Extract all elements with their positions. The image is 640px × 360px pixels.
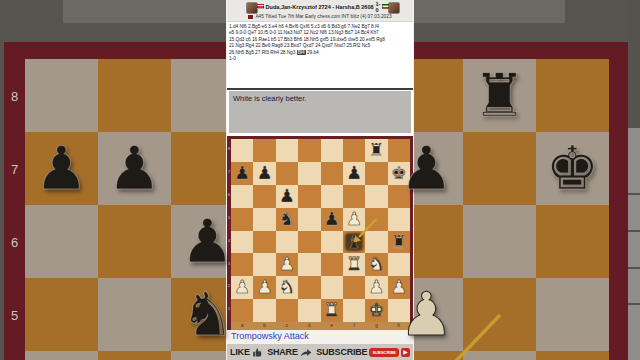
scrollbar-line [628,230,640,232]
india-flag-icon [382,4,389,9]
event-row: A45 Titled Tue 7th Mar Early chess.com I… [227,12,413,21]
eco-book-icon [248,15,253,19]
scrollbar-track[interactable] [628,128,640,360]
poland-flag-icon [257,4,264,9]
game-result: 1-0 [376,1,381,13]
players-and-ratings: Duda,Jan-Krzysztof 2724 - Harsha,B 2608 [266,4,374,10]
game-header: Duda,Jan-Krzysztof 2724 - Harsha,B 2608 … [227,0,413,22]
scrollbar-line [628,267,640,269]
chess-video-page: { "game": "chess", "position": { "fen": … [0,0,640,360]
scrollbar-line [628,193,640,195]
players-title-row: Duda,Jan-Krzysztof 2724 - Harsha,B 2608 … [260,2,386,11]
background-scrollbar [628,0,640,360]
scrollbar-line [628,303,640,305]
event-details: A45 Titled Tue 7th Mar Early chess.com I… [255,14,391,19]
background-move-arrow [4,42,628,360]
